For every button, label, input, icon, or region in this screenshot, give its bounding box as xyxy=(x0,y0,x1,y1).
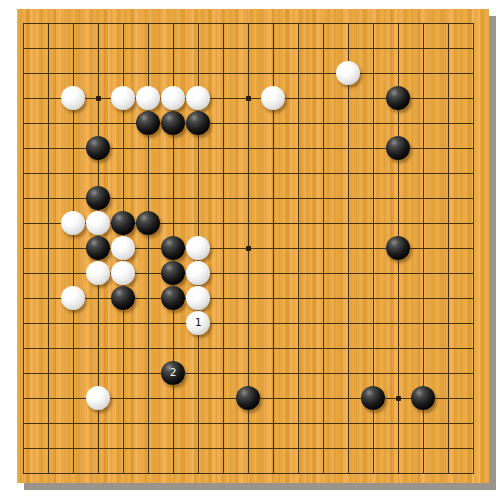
stone-black xyxy=(161,261,185,285)
stone-black xyxy=(136,111,160,135)
stone-white xyxy=(336,61,360,85)
stone-white xyxy=(111,86,135,110)
stone-white xyxy=(61,86,85,110)
star-point xyxy=(246,246,251,251)
stone-white xyxy=(86,386,110,410)
stone-white xyxy=(186,261,210,285)
stone-white xyxy=(186,286,210,310)
move-1-stone-white: 1 xyxy=(186,311,210,335)
stone-black xyxy=(161,111,185,135)
stone-black xyxy=(86,186,110,210)
stone-white xyxy=(186,236,210,260)
stone-black xyxy=(236,386,260,410)
go-board-screenshot: 12 xyxy=(0,0,500,500)
stone-white xyxy=(111,236,135,260)
stone-black xyxy=(361,386,385,410)
stone-black xyxy=(86,236,110,260)
stone-white xyxy=(86,261,110,285)
stone-black xyxy=(161,236,185,260)
stone-black xyxy=(186,111,210,135)
stone-white xyxy=(61,211,85,235)
star-point xyxy=(396,396,401,401)
stone-black xyxy=(136,211,160,235)
stone-black xyxy=(386,236,410,260)
stone-white xyxy=(136,86,160,110)
stone-white xyxy=(111,261,135,285)
stone-white xyxy=(186,86,210,110)
stone-black xyxy=(111,211,135,235)
stone-black xyxy=(386,86,410,110)
stone-white xyxy=(61,286,85,310)
stone-white xyxy=(161,86,185,110)
move-2-stone-black: 2 xyxy=(161,361,185,385)
stone-black xyxy=(111,286,135,310)
stone-white xyxy=(261,86,285,110)
stone-black xyxy=(386,136,410,160)
stone-white xyxy=(86,211,110,235)
stone-black xyxy=(161,286,185,310)
board-grid: 12 xyxy=(23,23,474,474)
star-point xyxy=(96,96,101,101)
stone-black xyxy=(86,136,110,160)
star-point xyxy=(246,96,251,101)
go-board[interactable]: 12 xyxy=(17,9,489,483)
stone-black xyxy=(411,386,435,410)
